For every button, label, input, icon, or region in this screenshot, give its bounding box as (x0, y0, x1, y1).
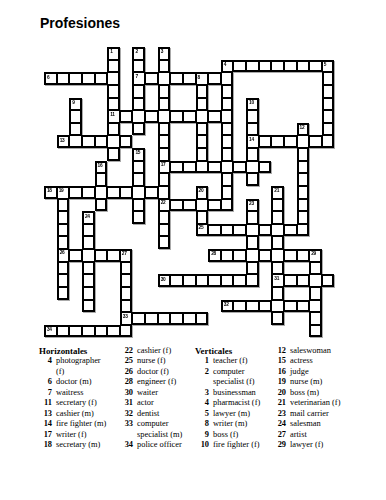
grid-cell[interactable] (259, 161, 272, 174)
grid-cell[interactable]: 5 (322, 60, 335, 73)
grid-cell[interactable] (170, 312, 183, 325)
grid-cell[interactable] (120, 135, 133, 148)
grid-cell[interactable] (57, 274, 70, 287)
grid-cell[interactable]: 29 (309, 249, 322, 262)
grid-cell[interactable] (297, 199, 310, 212)
grid-cell[interactable] (246, 236, 259, 249)
cell-number: 24 (85, 214, 90, 219)
clue-text: veterinarian (f) (286, 398, 340, 408)
grid-cell[interactable] (196, 199, 209, 212)
grid-cell[interactable] (233, 274, 246, 287)
grid-cell[interactable] (309, 300, 322, 313)
grid-cell[interactable] (120, 186, 133, 199)
grid-cell[interactable]: 6 (44, 72, 57, 85)
grid-cell[interactable] (221, 123, 234, 136)
grid-cell[interactable] (309, 312, 322, 325)
grid-cell[interactable] (221, 85, 234, 98)
grid-cell[interactable] (246, 173, 259, 186)
grid-cell[interactable] (196, 110, 209, 123)
grid-cell[interactable] (120, 110, 133, 123)
grid-cell[interactable] (196, 123, 209, 136)
cell-number: 1 (110, 49, 112, 54)
grid-cell[interactable] (82, 300, 95, 313)
grid-cell[interactable]: 11 (107, 110, 120, 123)
grid-cell[interactable] (196, 161, 209, 174)
grid-cell[interactable] (196, 274, 209, 287)
grid-cell[interactable] (246, 224, 259, 237)
grid-cell[interactable] (183, 72, 196, 85)
clue-line: (f) (39, 367, 106, 377)
grid-cell[interactable] (120, 274, 133, 287)
grid-cell[interactable] (196, 98, 209, 111)
grid-cell[interactable] (183, 312, 196, 325)
grid-cell[interactable] (309, 262, 322, 275)
grid-cell[interactable] (69, 325, 82, 338)
grid-cell[interactable] (196, 135, 209, 148)
grid-cell[interactable] (145, 110, 158, 123)
grid-cell[interactable]: 26 (57, 249, 70, 262)
grid-cell[interactable] (132, 199, 145, 212)
clue-text: secretary (m) (52, 440, 100, 450)
grid-cell[interactable] (107, 186, 120, 199)
clue-line: 6doctor (m) (39, 377, 106, 387)
grid-cell[interactable] (158, 173, 171, 186)
grid-cell[interactable] (82, 135, 95, 148)
grid-cell[interactable] (196, 211, 209, 224)
grid-cell[interactable] (309, 135, 322, 148)
grid-cell[interactable] (95, 72, 108, 85)
grid-cell[interactable] (233, 249, 246, 262)
grid-cell[interactable] (271, 211, 284, 224)
grid-cell[interactable] (297, 173, 310, 186)
clue-line: 18secretary (m) (39, 440, 106, 450)
grid-cell[interactable]: 19 (57, 186, 70, 199)
clue-line: 30waiter (118, 388, 182, 398)
cell-number: 5 (324, 62, 326, 67)
grid-cell[interactable] (322, 274, 335, 287)
grid-cell[interactable] (309, 287, 322, 300)
clue-line: 13cashier (m) (39, 409, 106, 419)
grid-cell[interactable] (120, 287, 133, 300)
grid-cell[interactable]: 27 (120, 249, 133, 262)
grid-cell[interactable] (233, 60, 246, 73)
grid-cell[interactable] (57, 287, 70, 300)
grid-cell[interactable] (183, 161, 196, 174)
grid-cell[interactable]: 32 (221, 300, 234, 313)
grid-cell[interactable] (221, 110, 234, 123)
grid-cell[interactable] (95, 173, 108, 186)
grid-cell[interactable] (297, 224, 310, 237)
cell-number: 10 (249, 100, 254, 105)
grid-cell[interactable] (57, 236, 70, 249)
grid-cell[interactable] (297, 249, 310, 262)
grid-cell[interactable] (259, 60, 272, 73)
cell-number: 12 (300, 125, 305, 130)
clue-line: 32dentist (118, 409, 182, 419)
grid-cell[interactable] (132, 85, 145, 98)
grid-cell[interactable] (309, 274, 322, 287)
grid-cell[interactable] (107, 85, 120, 98)
grid-cell[interactable] (246, 110, 259, 123)
grid-cell[interactable] (82, 262, 95, 275)
grid-cell[interactable] (233, 300, 246, 313)
clue-number: 29 (270, 440, 286, 450)
grid-cell[interactable] (259, 300, 272, 313)
grid-cell[interactable] (246, 211, 259, 224)
grid-cell[interactable] (57, 262, 70, 275)
grid-cell[interactable]: 28 (208, 249, 221, 262)
grid-cell[interactable] (158, 135, 171, 148)
clue-line: 33computer (118, 419, 182, 429)
grid-cell[interactable] (246, 262, 259, 275)
grid-cell[interactable] (107, 98, 120, 111)
grid-cell[interactable] (69, 186, 82, 199)
grid-cell[interactable]: 24 (82, 211, 95, 224)
grid-cell[interactable] (284, 224, 297, 237)
grid-cell[interactable] (271, 312, 284, 325)
grid-cell[interactable] (233, 224, 246, 237)
grid-cell[interactable] (297, 60, 310, 73)
grid-cell[interactable] (284, 249, 297, 262)
grid-cell[interactable] (271, 199, 284, 212)
grid-cell[interactable] (107, 249, 120, 262)
grid-cell[interactable] (297, 300, 310, 313)
cell-number: 4 (224, 62, 226, 67)
clue-line: 19nurse (m) (270, 377, 340, 387)
grid-cell[interactable] (309, 60, 322, 73)
grid-cell[interactable] (57, 224, 70, 237)
grid-cell[interactable] (57, 199, 70, 212)
grid-cell[interactable] (208, 199, 221, 212)
grid-cell[interactable] (297, 161, 310, 174)
grid-cell[interactable] (158, 60, 171, 73)
grid-cell[interactable] (158, 123, 171, 136)
grid-cell[interactable] (107, 148, 120, 161)
clue-text: doctor (m) (52, 377, 92, 387)
grid-cell[interactable] (132, 186, 145, 199)
grid-cell[interactable] (132, 123, 145, 136)
clue-number: 8 (195, 419, 209, 429)
grid-cell[interactable]: 15 (132, 148, 145, 161)
grid-cell[interactable] (221, 135, 234, 148)
grid-cell[interactable] (107, 123, 120, 136)
grid-cell[interactable] (271, 224, 284, 237)
cell-number: 21 (274, 188, 279, 193)
cell-number: 15 (135, 150, 140, 155)
grid-cell[interactable] (132, 312, 145, 325)
grid-cell[interactable] (297, 186, 310, 199)
grid-cell[interactable] (82, 236, 95, 249)
grid-cell[interactable] (297, 211, 310, 224)
grid-cell[interactable] (183, 199, 196, 212)
grid-cell[interactable]: 31 (271, 274, 284, 287)
clue-column: Verticales1teacher (f)2computerspecialis… (195, 346, 260, 450)
clue-text: dentist (133, 409, 159, 419)
grid-cell[interactable] (95, 186, 108, 199)
clue-text: writer (m) (209, 419, 247, 429)
grid-cell[interactable] (57, 72, 70, 85)
grid-cell[interactable] (221, 249, 234, 262)
grid-cell[interactable] (145, 312, 158, 325)
grid-cell[interactable] (158, 186, 171, 199)
clue-number: 5 (195, 409, 209, 419)
grid-cell[interactable] (221, 148, 234, 161)
clue-text: computer (133, 419, 169, 429)
cell-number: 19 (59, 188, 64, 193)
grid-cell[interactable] (284, 60, 297, 73)
grid-cell[interactable] (107, 135, 120, 148)
grid-cell[interactable] (183, 274, 196, 287)
grid-cell[interactable] (158, 72, 171, 85)
grid-cell[interactable] (271, 135, 284, 148)
grid-cell[interactable] (246, 300, 259, 313)
clue-line: 20boss (m) (270, 388, 340, 398)
clue-number: 22 (118, 346, 133, 356)
clue-list-header: Horizontales (39, 346, 106, 356)
grid-cell[interactable] (246, 249, 259, 262)
clue-number (195, 377, 209, 387)
grid-cell[interactable] (284, 300, 297, 313)
grid-cell[interactable] (82, 287, 95, 300)
grid-cell[interactable] (208, 274, 221, 287)
grid-cell[interactable] (271, 236, 284, 249)
grid-cell[interactable] (95, 135, 108, 148)
grid-cell[interactable] (158, 236, 171, 249)
grid-cell[interactable] (208, 110, 221, 123)
clue-text: cashier (m) (52, 409, 94, 419)
grid-cell[interactable] (246, 60, 259, 73)
grid-cell[interactable]: 12 (297, 123, 310, 136)
grid-cell[interactable]: 9 (69, 98, 82, 111)
grid-cell[interactable] (322, 98, 335, 111)
clue-line: 2computer (195, 367, 260, 377)
grid-cell[interactable] (82, 325, 95, 338)
grid-cell[interactable] (246, 161, 259, 174)
grid-cell[interactable] (196, 148, 209, 161)
grid-cell[interactable] (284, 135, 297, 148)
grid-cell[interactable] (221, 72, 234, 85)
clue-number: 25 (118, 356, 133, 366)
grid-cell[interactable] (196, 312, 209, 325)
grid-cell[interactable] (271, 287, 284, 300)
cell-number: 31 (274, 276, 279, 281)
grid-cell[interactable] (120, 300, 133, 313)
grid-cell[interactable]: 10 (246, 98, 259, 111)
grid-cell[interactable] (145, 72, 158, 85)
clue-number: 27 (270, 430, 286, 440)
grid-cell[interactable] (82, 72, 95, 85)
clue-text: nurse (m) (286, 377, 322, 387)
grid-cell[interactable] (95, 325, 108, 338)
grid-cell[interactable]: 7 (132, 72, 145, 85)
grid-cell[interactable] (132, 211, 145, 224)
grid-cell[interactable] (170, 72, 183, 85)
grid-cell[interactable]: 8 (196, 72, 209, 85)
clue-line: 17writer (f) (39, 430, 106, 440)
grid-cell[interactable] (132, 60, 145, 73)
grid-cell[interactable] (82, 186, 95, 199)
clue-text: nurse (f) (133, 356, 166, 366)
grid-cell[interactable] (271, 60, 284, 73)
grid-cell[interactable] (221, 161, 234, 174)
grid-cell[interactable] (259, 135, 272, 148)
cell-number: 2 (135, 49, 137, 54)
grid-cell[interactable] (69, 249, 82, 262)
cell-number: 13 (60, 138, 65, 143)
grid-cell[interactable]: 4 (221, 60, 234, 73)
grid-cell[interactable] (322, 123, 335, 136)
clue-line: 15actress (270, 356, 340, 366)
cell-number: 23 (249, 201, 254, 206)
grid-cell[interactable] (322, 135, 335, 148)
grid-cell[interactable] (297, 135, 310, 148)
grid-cell[interactable] (221, 98, 234, 111)
grid-cell[interactable] (271, 249, 284, 262)
clue-text: (f) (52, 367, 64, 377)
grid-cell[interactable] (69, 135, 82, 148)
grid-cell[interactable] (132, 173, 145, 186)
clue-text: pharmacist (f) (209, 398, 260, 408)
worksheet-page: Profesiones 1234567891011121314151617181… (0, 0, 386, 500)
grid-cell[interactable] (158, 211, 171, 224)
grid-cell[interactable] (158, 110, 171, 123)
grid-cell[interactable]: 17 (158, 161, 171, 174)
cell-number: 16 (98, 163, 103, 168)
grid-cell[interactable] (120, 325, 133, 338)
grid-cell[interactable]: 20 (196, 186, 209, 199)
grid-cell[interactable] (297, 274, 310, 287)
cell-number: 7 (135, 74, 137, 79)
grid-cell[interactable] (221, 274, 234, 287)
grid-cell[interactable] (322, 72, 335, 85)
cell-number: 25 (199, 225, 204, 230)
grid-cell[interactable] (107, 325, 120, 338)
grid-cell[interactable] (158, 148, 171, 161)
grid-cell[interactable] (322, 85, 335, 98)
grid-cell[interactable] (82, 274, 95, 287)
grid-cell[interactable] (132, 98, 145, 111)
grid-cell[interactable]: 16 (95, 161, 108, 174)
grid-cell[interactable] (107, 60, 120, 73)
grid-cell[interactable]: 14 (246, 135, 259, 148)
clue-line: 11secretary (f) (39, 398, 106, 408)
grid-cell[interactable] (170, 199, 183, 212)
grid-cell[interactable] (196, 85, 209, 98)
grid-cell[interactable]: 18 (44, 186, 57, 199)
grid-cell[interactable] (309, 325, 322, 338)
grid-cell[interactable] (95, 249, 108, 262)
grid-cell[interactable] (221, 173, 234, 186)
grid-cell[interactable] (170, 274, 183, 287)
grid-cell[interactable] (158, 85, 171, 98)
grid-cell[interactable]: 22 (158, 199, 171, 212)
grid-cell[interactable] (259, 249, 272, 262)
clue-text: mail carrier (286, 409, 329, 419)
grid-cell[interactable] (132, 110, 145, 123)
grid-cell[interactable] (271, 300, 284, 313)
grid-cell[interactable] (120, 262, 133, 275)
cell-number: 3 (161, 49, 163, 54)
grid-cell[interactable] (82, 249, 95, 262)
grid-cell[interactable] (57, 325, 70, 338)
grid-cell[interactable] (158, 98, 171, 111)
cell-number: 32 (224, 302, 229, 307)
grid-cell[interactable] (322, 110, 335, 123)
grid-cell[interactable] (246, 274, 259, 287)
cell-number: 18 (47, 188, 52, 193)
grid-cell[interactable] (69, 123, 82, 136)
grid-cell[interactable] (158, 312, 171, 325)
clue-line: specialist (m) (118, 430, 182, 440)
grid-cell[interactable] (82, 224, 95, 237)
grid-cell[interactable] (132, 161, 145, 174)
cell-number: 14 (249, 137, 254, 142)
clue-line: 24salesman (270, 419, 340, 429)
grid-cell[interactable]: 33 (120, 312, 133, 325)
grid-cell[interactable] (221, 186, 234, 199)
grid-cell[interactable]: 1 (107, 47, 120, 60)
grid-cell[interactable]: 23 (246, 199, 259, 212)
grid-cell[interactable] (271, 262, 284, 275)
cell-number: 9 (72, 100, 74, 105)
cell-number: 27 (122, 251, 127, 256)
grid-cell[interactable] (246, 148, 259, 161)
clue-text: waiter (133, 388, 158, 398)
grid-cell[interactable]: 2 (132, 47, 145, 60)
grid-cell[interactable] (221, 199, 234, 212)
grid-cell[interactable] (158, 224, 171, 237)
grid-cell[interactable] (297, 148, 310, 161)
clue-number: 17 (39, 430, 52, 440)
grid-cell[interactable]: 3 (158, 47, 171, 60)
clue-line: 16judge (270, 367, 340, 377)
grid-cell[interactable] (69, 72, 82, 85)
grid-cell[interactable] (69, 110, 82, 123)
grid-cell[interactable] (259, 224, 272, 237)
clue-text: engineer (f) (133, 377, 176, 387)
grid-cell[interactable] (208, 72, 221, 85)
clue-text: boss (f) (209, 430, 238, 440)
grid-cell[interactable] (145, 186, 158, 199)
clue-line: 7waitress (39, 388, 106, 398)
grid-cell[interactable] (107, 72, 120, 85)
grid-cell[interactable] (208, 161, 221, 174)
grid-cell[interactable] (208, 224, 221, 237)
grid-cell[interactable]: 34 (44, 325, 57, 338)
clue-text: police officer (133, 440, 182, 450)
clue-column: 22cashier (f)25nurse (f)26doctor (f)28en… (118, 346, 182, 450)
grid-cell[interactable] (95, 199, 108, 212)
cell-number: 29 (311, 251, 316, 256)
grid-cell[interactable] (170, 161, 183, 174)
grid-cell[interactable] (284, 274, 297, 287)
grid-cell[interactable]: 13 (57, 135, 70, 148)
clue-text: boss (m) (286, 388, 319, 398)
clue-number (118, 430, 133, 440)
grid-cell[interactable]: 30 (158, 274, 171, 287)
clue-line: 9boss (f) (195, 430, 260, 440)
grid-cell[interactable] (233, 161, 246, 174)
grid-cell[interactable] (246, 123, 259, 136)
grid-cell[interactable] (183, 110, 196, 123)
clue-line: 1teacher (f) (195, 356, 260, 366)
grid-cell[interactable]: 21 (271, 186, 284, 199)
grid-cell[interactable] (170, 110, 183, 123)
grid-cell[interactable] (221, 224, 234, 237)
grid-cell[interactable] (57, 211, 70, 224)
cell-number: 8 (198, 75, 200, 80)
grid-cell[interactable]: 25 (196, 224, 209, 237)
